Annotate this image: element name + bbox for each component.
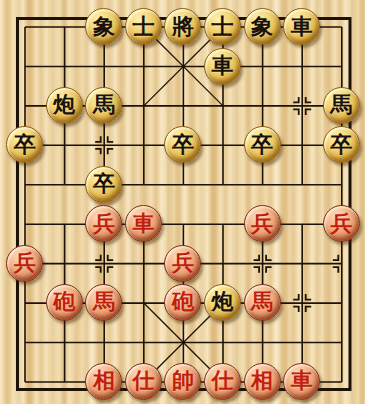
- piece-glyph: 兵: [172, 251, 194, 273]
- piece-black-soldier[interactable]: 卒: [244, 126, 281, 163]
- piece-glyph: 仕: [132, 369, 154, 391]
- piece-glyph: 兵: [251, 212, 273, 234]
- piece-black-chariot[interactable]: 車: [283, 8, 320, 45]
- xiangqi-board-surface[interactable]: 象士將士象車車炮馬馬卒卒卒卒卒炮兵車兵兵兵兵砲馬砲馬相仕帥仕相車: [5, 7, 361, 401]
- piece-red-soldier[interactable]: 兵: [6, 245, 43, 282]
- piece-glyph: 將: [172, 15, 194, 37]
- piece-black-advisor[interactable]: 士: [204, 8, 241, 45]
- piece-red-soldier[interactable]: 兵: [244, 205, 281, 242]
- piece-glyph: 車: [212, 54, 234, 76]
- xiangqi-app-window: 象士將士象車車炮馬馬卒卒卒卒卒炮兵車兵兵兵兵砲馬砲馬相仕帥仕相車: [0, 0, 365, 404]
- piece-glyph: 士: [132, 15, 154, 37]
- piece-glyph: 兵: [93, 212, 115, 234]
- piece-glyph: 車: [291, 15, 313, 37]
- piece-black-horse[interactable]: 馬: [85, 87, 122, 124]
- piece-red-soldier[interactable]: 兵: [323, 205, 360, 242]
- piece-red-soldier[interactable]: 兵: [85, 205, 122, 242]
- piece-glyph: 相: [93, 369, 115, 391]
- piece-red-advisor[interactable]: 仕: [125, 363, 162, 400]
- piece-red-horse[interactable]: 馬: [244, 284, 281, 321]
- piece-black-cannon[interactable]: 炮: [204, 284, 241, 321]
- piece-glyph: 卒: [93, 172, 115, 194]
- piece-glyph: 相: [251, 369, 273, 391]
- piece-red-cannon[interactable]: 砲: [164, 284, 201, 321]
- piece-glyph: 仕: [212, 369, 234, 391]
- piece-black-cannon[interactable]: 炮: [46, 87, 83, 124]
- piece-glyph: 象: [93, 15, 115, 37]
- piece-glyph: 馬: [330, 93, 352, 115]
- piece-black-soldier[interactable]: 卒: [6, 126, 43, 163]
- piece-glyph: 兵: [14, 251, 36, 273]
- piece-black-soldier[interactable]: 卒: [85, 166, 122, 203]
- piece-glyph: 卒: [251, 133, 273, 155]
- piece-glyph: 車: [132, 212, 154, 234]
- piece-glyph: 馬: [93, 290, 115, 312]
- piece-glyph: 炮: [53, 93, 75, 115]
- piece-red-elephant[interactable]: 相: [244, 363, 281, 400]
- piece-black-soldier[interactable]: 卒: [323, 126, 360, 163]
- piece-glyph: 車: [291, 369, 313, 391]
- piece-glyph: 馬: [93, 93, 115, 115]
- piece-red-soldier[interactable]: 兵: [164, 245, 201, 282]
- piece-red-horse[interactable]: 馬: [85, 284, 122, 321]
- piece-glyph: 士: [212, 15, 234, 37]
- piece-black-general[interactable]: 將: [164, 8, 201, 45]
- piece-black-horse[interactable]: 馬: [323, 87, 360, 124]
- piece-black-elephant[interactable]: 象: [244, 8, 281, 45]
- piece-glyph: 兵: [330, 212, 352, 234]
- piece-black-chariot[interactable]: 車: [204, 48, 241, 85]
- piece-glyph: 砲: [172, 290, 194, 312]
- piece-black-elephant[interactable]: 象: [85, 8, 122, 45]
- piece-red-general[interactable]: 帥: [164, 363, 201, 400]
- piece-red-advisor[interactable]: 仕: [204, 363, 241, 400]
- piece-black-advisor[interactable]: 士: [125, 8, 162, 45]
- piece-glyph: 帥: [172, 369, 194, 391]
- piece-glyph: 砲: [53, 290, 75, 312]
- piece-glyph: 炮: [212, 290, 234, 312]
- piece-black-soldier[interactable]: 卒: [164, 126, 201, 163]
- piece-glyph: 卒: [172, 133, 194, 155]
- piece-glyph: 象: [251, 15, 273, 37]
- piece-red-chariot[interactable]: 車: [125, 205, 162, 242]
- piece-glyph: 馬: [251, 290, 273, 312]
- piece-red-elephant[interactable]: 相: [85, 363, 122, 400]
- piece-red-cannon[interactable]: 砲: [46, 284, 83, 321]
- piece-glyph: 卒: [14, 133, 36, 155]
- piece-red-chariot[interactable]: 車: [283, 363, 320, 400]
- piece-glyph: 卒: [330, 133, 352, 155]
